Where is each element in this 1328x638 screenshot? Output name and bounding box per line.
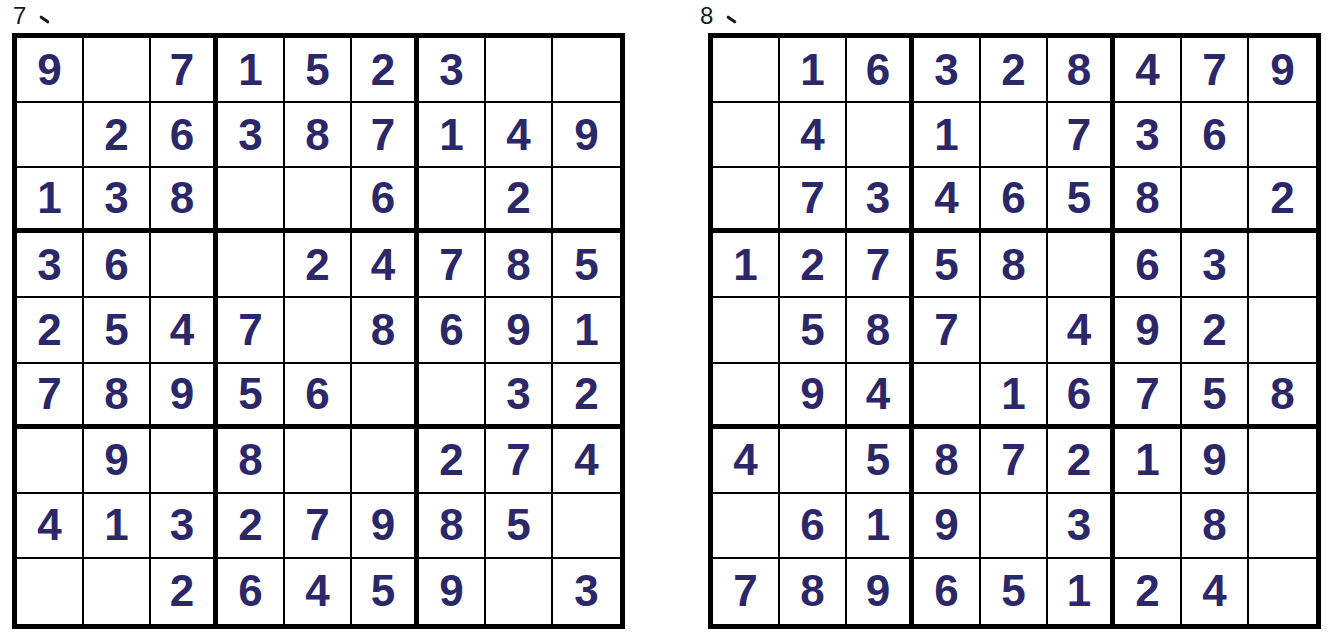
cell-r7c2 xyxy=(780,429,847,494)
cell-r9c9 xyxy=(1249,559,1316,624)
cell-r7c9: 4 xyxy=(553,429,620,494)
cell-r7c8: 9 xyxy=(1182,429,1249,494)
cell-r8c8: 8 xyxy=(1182,494,1249,559)
cell-r8c7 xyxy=(1115,494,1182,559)
cell-r9c8: 4 xyxy=(1182,559,1249,624)
cell-r1c6: 2 xyxy=(352,38,419,103)
cell-r6c1: 7 xyxy=(17,364,84,429)
cell-r1c9: 9 xyxy=(1249,38,1316,103)
cell-r7c2: 9 xyxy=(84,429,151,494)
cell-r2c4: 1 xyxy=(914,103,981,168)
cell-r5c6: 8 xyxy=(352,298,419,363)
cell-r8c6: 9 xyxy=(352,494,419,559)
cell-r8c9 xyxy=(1249,494,1316,559)
cell-r4c7: 6 xyxy=(1115,233,1182,298)
puzzle-8-label: 8 xyxy=(700,1,737,31)
cell-r1c4: 3 xyxy=(914,38,981,103)
cell-r8c2: 1 xyxy=(84,494,151,559)
cell-r6c9: 2 xyxy=(553,364,620,429)
cell-r8c8: 5 xyxy=(486,494,553,559)
cell-r3c6: 6 xyxy=(352,168,419,233)
cell-r7c6 xyxy=(352,429,419,494)
cell-r3c5: 6 xyxy=(981,168,1048,233)
cell-r1c5: 2 xyxy=(981,38,1048,103)
cell-r9c2: 8 xyxy=(780,559,847,624)
cell-r9c9: 3 xyxy=(553,559,620,624)
cell-r3c1: 1 xyxy=(17,168,84,233)
cell-r8c7: 8 xyxy=(419,494,486,559)
cell-r3c5 xyxy=(285,168,352,233)
cell-r7c4: 8 xyxy=(914,429,981,494)
cell-r1c7: 3 xyxy=(419,38,486,103)
cell-r1c8: 7 xyxy=(1182,38,1249,103)
cell-r7c3 xyxy=(151,429,218,494)
cell-r6c8: 3 xyxy=(486,364,553,429)
cell-r6c9: 8 xyxy=(1249,364,1316,429)
cell-r4c1: 1 xyxy=(713,233,780,298)
cell-r3c1 xyxy=(713,168,780,233)
cell-r1c9 xyxy=(553,38,620,103)
cell-r9c7: 9 xyxy=(419,559,486,624)
cell-r6c7 xyxy=(419,364,486,429)
cell-r3c6: 5 xyxy=(1048,168,1115,233)
cell-r5c3: 4 xyxy=(151,298,218,363)
cell-r5c1 xyxy=(713,298,780,363)
cell-r1c3: 7 xyxy=(151,38,218,103)
cell-r6c2: 9 xyxy=(780,364,847,429)
cell-r4c9 xyxy=(1249,233,1316,298)
cell-r3c3: 8 xyxy=(151,168,218,233)
cell-r4c8: 8 xyxy=(486,233,553,298)
cell-r2c5 xyxy=(981,103,1048,168)
cell-r7c1 xyxy=(17,429,84,494)
cell-r5c2: 5 xyxy=(84,298,151,363)
cell-r2c9 xyxy=(1249,103,1316,168)
cell-r3c8: 2 xyxy=(486,168,553,233)
cell-r3c7 xyxy=(419,168,486,233)
cell-r8c9 xyxy=(553,494,620,559)
cell-r3c2: 7 xyxy=(780,168,847,233)
cell-r6c8: 5 xyxy=(1182,364,1249,429)
puzzle-page: 7 97152326387149138623624785254786917895… xyxy=(0,0,1328,638)
cell-r4c5: 2 xyxy=(285,233,352,298)
cell-r6c1 xyxy=(713,364,780,429)
cell-r8c6: 3 xyxy=(1048,494,1115,559)
cell-r8c3: 3 xyxy=(151,494,218,559)
cell-r7c5: 7 xyxy=(981,429,1048,494)
cell-r6c3: 4 xyxy=(847,364,914,429)
cell-r7c5 xyxy=(285,429,352,494)
cell-r1c8 xyxy=(486,38,553,103)
cell-r3c4 xyxy=(218,168,285,233)
cell-r7c9 xyxy=(1249,429,1316,494)
cell-r3c4: 4 xyxy=(914,168,981,233)
cell-r2c3: 6 xyxy=(151,103,218,168)
cell-r1c7: 4 xyxy=(1115,38,1182,103)
cell-r1c2: 1 xyxy=(780,38,847,103)
cell-r6c7: 7 xyxy=(1115,364,1182,429)
cell-r4c1: 3 xyxy=(17,233,84,298)
cell-r2c6: 7 xyxy=(1048,103,1115,168)
cell-r7c4: 8 xyxy=(218,429,285,494)
cell-r1c2 xyxy=(84,38,151,103)
cell-r9c5: 4 xyxy=(285,559,352,624)
cell-r7c8: 7 xyxy=(486,429,553,494)
cell-r8c1 xyxy=(713,494,780,559)
cell-r8c4: 2 xyxy=(218,494,285,559)
cell-r5c6: 4 xyxy=(1048,298,1115,363)
cell-r4c3: 7 xyxy=(847,233,914,298)
cell-r6c3: 9 xyxy=(151,364,218,429)
cell-r5c4: 7 xyxy=(218,298,285,363)
cell-r9c6: 1 xyxy=(1048,559,1115,624)
cell-r1c5: 5 xyxy=(285,38,352,103)
cell-r8c2: 6 xyxy=(780,494,847,559)
cell-r4c9: 5 xyxy=(553,233,620,298)
cell-r4c2: 2 xyxy=(780,233,847,298)
sudoku-board-7: 9715232638714913862362478525478691789563… xyxy=(12,33,625,629)
cell-r6c4 xyxy=(914,364,981,429)
cell-r6c5: 1 xyxy=(981,364,1048,429)
cell-r2c8: 6 xyxy=(1182,103,1249,168)
cell-r2c7: 3 xyxy=(1115,103,1182,168)
cell-r5c9: 1 xyxy=(553,298,620,363)
cell-r5c7: 6 xyxy=(419,298,486,363)
cell-r9c1 xyxy=(17,559,84,624)
cell-r1c3: 6 xyxy=(847,38,914,103)
cell-r2c9: 9 xyxy=(553,103,620,168)
cell-r2c6: 7 xyxy=(352,103,419,168)
cell-r6c6 xyxy=(352,364,419,429)
cell-r9c7: 2 xyxy=(1115,559,1182,624)
cell-r5c8: 2 xyxy=(1182,298,1249,363)
cell-r3c3: 3 xyxy=(847,168,914,233)
puzzle-7-number: 7 xyxy=(13,2,26,29)
cell-r3c8 xyxy=(1182,168,1249,233)
cell-r9c4: 6 xyxy=(218,559,285,624)
cell-r2c1 xyxy=(713,103,780,168)
cell-r9c2 xyxy=(84,559,151,624)
cell-r6c4: 5 xyxy=(218,364,285,429)
cell-r8c1: 4 xyxy=(17,494,84,559)
cell-r9c3: 2 xyxy=(151,559,218,624)
cell-r2c1 xyxy=(17,103,84,168)
cell-r5c2: 5 xyxy=(780,298,847,363)
cell-r7c7: 2 xyxy=(419,429,486,494)
cell-r4c6: 4 xyxy=(352,233,419,298)
cell-r3c7: 8 xyxy=(1115,168,1182,233)
cell-r6c6: 6 xyxy=(1048,364,1115,429)
cell-r9c1: 7 xyxy=(713,559,780,624)
cell-r5c8: 9 xyxy=(486,298,553,363)
cell-r2c5: 8 xyxy=(285,103,352,168)
cell-r2c7: 1 xyxy=(419,103,486,168)
cell-r4c5: 8 xyxy=(981,233,1048,298)
cell-r5c9 xyxy=(1249,298,1316,363)
cell-r8c5: 7 xyxy=(285,494,352,559)
cell-r2c8: 4 xyxy=(486,103,553,168)
cell-r7c6: 2 xyxy=(1048,429,1115,494)
cell-r6c5: 6 xyxy=(285,364,352,429)
cell-r5c1: 2 xyxy=(17,298,84,363)
cell-r7c3: 5 xyxy=(847,429,914,494)
cell-r4c4: 5 xyxy=(914,233,981,298)
cell-r9c4: 6 xyxy=(914,559,981,624)
cell-r4c8: 3 xyxy=(1182,233,1249,298)
puzzle-8-number: 8 xyxy=(700,2,713,29)
sudoku-board-8: 1632847941736734658212758635874929416758… xyxy=(708,33,1321,629)
cell-r4c2: 6 xyxy=(84,233,151,298)
cell-r3c9 xyxy=(553,168,620,233)
cell-r9c6: 5 xyxy=(352,559,419,624)
cell-r5c5 xyxy=(981,298,1048,363)
cell-r5c4: 7 xyxy=(914,298,981,363)
cell-r7c1: 4 xyxy=(713,429,780,494)
cell-r8c3: 1 xyxy=(847,494,914,559)
cell-r2c4: 3 xyxy=(218,103,285,168)
cell-r7c7: 1 xyxy=(1115,429,1182,494)
cell-r1c6: 8 xyxy=(1048,38,1115,103)
cell-r4c3 xyxy=(151,233,218,298)
cell-r2c2: 4 xyxy=(780,103,847,168)
cell-r3c9: 2 xyxy=(1249,168,1316,233)
cell-r9c8 xyxy=(486,559,553,624)
cell-r6c2: 8 xyxy=(84,364,151,429)
cell-r8c5 xyxy=(981,494,1048,559)
puzzle-7-label: 7 xyxy=(13,1,50,31)
cell-r2c2: 2 xyxy=(84,103,151,168)
cell-r5c3: 8 xyxy=(847,298,914,363)
enumeration-comma-icon xyxy=(39,15,50,24)
cell-r1c1 xyxy=(713,38,780,103)
cell-r1c1: 9 xyxy=(17,38,84,103)
cell-r5c5 xyxy=(285,298,352,363)
cell-r9c5: 5 xyxy=(981,559,1048,624)
cell-r5c7: 9 xyxy=(1115,298,1182,363)
cell-r4c6 xyxy=(1048,233,1115,298)
cell-r1c4: 1 xyxy=(218,38,285,103)
cell-r4c4 xyxy=(218,233,285,298)
cell-r2c3 xyxy=(847,103,914,168)
cell-r4c7: 7 xyxy=(419,233,486,298)
enumeration-comma-icon xyxy=(726,15,737,24)
cell-r8c4: 9 xyxy=(914,494,981,559)
cell-r3c2: 3 xyxy=(84,168,151,233)
cell-r9c3: 9 xyxy=(847,559,914,624)
